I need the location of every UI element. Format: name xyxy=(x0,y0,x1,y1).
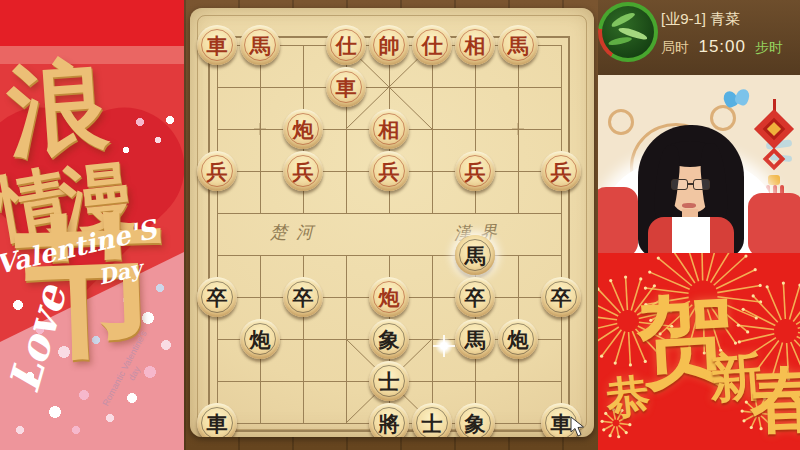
xiangqi-piece-black[interactable]: 士 xyxy=(369,361,409,401)
piece-glyph: 卒 xyxy=(459,281,491,313)
xiangqi-piece-red[interactable]: 兵 xyxy=(541,151,581,191)
game-time-value: 15:00 xyxy=(698,37,746,56)
piece-glyph: 卒 xyxy=(201,281,233,313)
valentine-banner: 浪 情 漫 节 Valentine'S Day Love Romantic Va… xyxy=(0,0,184,450)
piece-glyph: 帥 xyxy=(373,29,405,61)
knot-small-diamond xyxy=(763,148,786,171)
xiangqi-piece-black[interactable]: 卒 xyxy=(455,277,495,317)
xiangqi-piece-black[interactable]: 卒 xyxy=(197,277,237,317)
piece-glyph: 車 xyxy=(201,29,233,61)
piece-glyph: 象 xyxy=(373,323,405,355)
piece-glyph: 仕 xyxy=(416,29,448,61)
piece-glyph: 馬 xyxy=(244,29,276,61)
mouse-cursor-icon xyxy=(570,416,586,437)
xiangqi-piece-red[interactable]: 馬 xyxy=(498,25,538,65)
xiangqi-piece-black[interactable]: 象 xyxy=(455,403,495,437)
piece-glyph: 相 xyxy=(373,113,405,145)
xiangqi-piece-red[interactable]: 仕 xyxy=(326,25,366,65)
piece-glyph: 炮 xyxy=(373,281,405,313)
board-points-grid[interactable]: 車馬仕帥仕相馬車炮相兵兵兵兵兵炮馬卒卒卒卒炮象馬炮士車將士象車 xyxy=(196,24,583,437)
piece-glyph: 炮 xyxy=(244,323,276,355)
piece-glyph: 兵 xyxy=(287,155,319,187)
piece-glyph: 兵 xyxy=(545,155,577,187)
xiangqi-piece-black[interactable]: 炮 xyxy=(240,319,280,359)
xiangqi-piece-red[interactable]: 兵 xyxy=(455,151,495,191)
xiangqi-piece-red[interactable]: 相 xyxy=(455,25,495,65)
xiangqi-piece-red[interactable]: 仕 xyxy=(412,25,452,65)
glasses-lens xyxy=(671,179,688,190)
piece-glyph: 兵 xyxy=(373,155,405,187)
player-name: [业9-1] 青菜 xyxy=(661,10,740,29)
xiangqi-piece-black[interactable]: 象 xyxy=(369,319,409,359)
xiangqi-piece-red[interactable]: 車 xyxy=(197,25,237,65)
xiangqi-piece-red[interactable]: 相 xyxy=(369,109,409,149)
xiangqi-piece-black[interactable]: 卒 xyxy=(541,277,581,317)
bear-ear-doodle xyxy=(608,109,634,135)
xiangqi-piece-red[interactable]: 兵 xyxy=(283,151,323,191)
knot-bead xyxy=(768,175,780,185)
xiangqi-piece-red[interactable]: 兵 xyxy=(369,151,409,191)
butterfly-doodle xyxy=(724,89,750,109)
bamboo-leaf xyxy=(610,10,636,28)
piece-glyph: 仕 xyxy=(330,29,362,61)
xiangqi-piece-red[interactable]: 馬 xyxy=(240,25,280,65)
piece-glyph: 炮 xyxy=(287,113,319,145)
glasses-lens xyxy=(693,179,710,190)
right-column: [业9-1] 青菜 局时 15:00 步时 xyxy=(598,0,800,450)
xiangqi-piece-black[interactable]: 士 xyxy=(412,403,452,437)
xiangqi-piece-black[interactable]: 將 xyxy=(369,403,409,437)
bamboo-leaf xyxy=(608,36,633,47)
xiangqi-piece-red[interactable]: 炮 xyxy=(283,109,323,149)
streamer-outfit xyxy=(648,217,734,253)
piece-glyph: 將 xyxy=(373,407,405,437)
xiangqi-piece-black[interactable]: 車 xyxy=(197,403,237,437)
xiangqi-piece-red[interactable]: 帥 xyxy=(369,25,409,65)
ny-char-chun: 春 xyxy=(749,362,800,436)
piece-glyph: 兵 xyxy=(201,155,233,187)
streamer-mouth xyxy=(682,203,696,208)
piece-glyph: 馬 xyxy=(459,239,491,271)
player-times: 局时 15:00 步时 xyxy=(661,37,746,57)
xiangqi-piece-red[interactable]: 兵 xyxy=(197,151,237,191)
move-time-label: 步时 xyxy=(755,39,783,57)
sparkle-cursor-effect xyxy=(435,337,453,355)
chair-red-wing xyxy=(748,193,800,253)
stream-screen: 浪 情 漫 节 Valentine'S Day Love Romantic Va… xyxy=(0,0,800,450)
webcam-feed xyxy=(598,75,800,253)
game-time-label: 局时 xyxy=(661,39,689,55)
glasses-bridge xyxy=(687,183,694,185)
piece-glyph: 象 xyxy=(459,407,491,437)
xiangqi-board[interactable]: 楚河 漢界 車馬仕帥仕相馬車炮相兵兵兵兵兵炮馬卒卒卒卒炮象馬炮士車將士象車 xyxy=(190,8,594,437)
board-area: 楚河 漢界 車馬仕帥仕相馬車炮相兵兵兵兵兵炮馬卒卒卒卒炮象馬炮士車將士象車 xyxy=(184,0,598,450)
piece-glyph: 車 xyxy=(330,71,362,103)
piece-glyph: 車 xyxy=(201,407,233,437)
piece-glyph: 士 xyxy=(416,407,448,437)
piece-glyph: 馬 xyxy=(459,323,491,355)
player-avatar[interactable] xyxy=(598,2,658,62)
player-info-bar: [业9-1] 青菜 局时 15:00 步时 xyxy=(598,0,800,75)
piece-glyph: 馬 xyxy=(502,29,534,61)
chair-red-wing xyxy=(598,187,638,253)
banner-char-lang: 浪 xyxy=(5,55,112,162)
piece-glyph: 卒 xyxy=(287,281,319,313)
xiangqi-piece-black[interactable]: 炮 xyxy=(498,319,538,359)
xiangqi-piece-black[interactable]: 馬 xyxy=(455,319,495,359)
xiangqi-piece-black[interactable]: 馬 xyxy=(455,235,495,275)
streamer-glasses xyxy=(671,179,711,192)
piece-glyph: 兵 xyxy=(459,155,491,187)
xiangqi-piece-black[interactable]: 卒 xyxy=(283,277,323,317)
piece-glyph: 炮 xyxy=(502,323,534,355)
piece-glyph: 卒 xyxy=(545,281,577,313)
piece-glyph: 相 xyxy=(459,29,491,61)
xiangqi-piece-red[interactable]: 炮 xyxy=(369,277,409,317)
newyear-banner: 恭 贺 新 春 xyxy=(598,253,800,450)
avatar-bamboo-image xyxy=(602,6,654,58)
piece-glyph: 士 xyxy=(373,365,405,397)
xiangqi-piece-red[interactable]: 車 xyxy=(326,67,366,107)
